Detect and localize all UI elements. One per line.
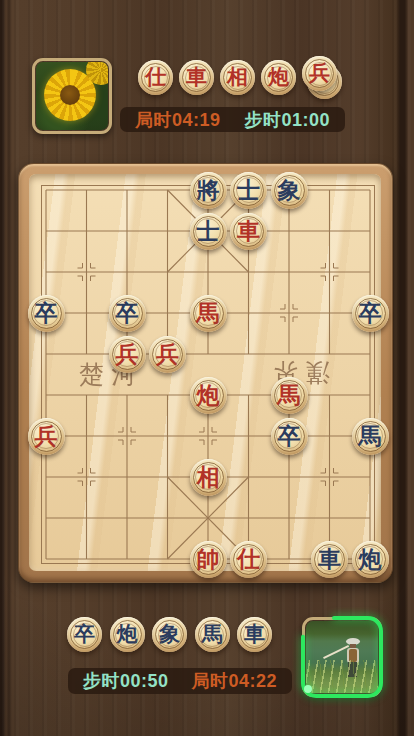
piece-red-兵-f3r4[interactable]: 兵: [149, 336, 186, 373]
piece-character: 馬: [359, 424, 382, 447]
piece-black-卒-f0r3[interactable]: 卒: [28, 295, 65, 332]
piece-character: 兵: [156, 342, 179, 365]
piece-red-兵-f0r6[interactable]: 兵: [28, 418, 65, 455]
piece-black-馬-f8r6[interactable]: 馬: [352, 418, 389, 455]
bottom-timer-bar: 步时00:50 局时04:22: [68, 668, 292, 694]
piece-red-炮-f4r5[interactable]: 炮: [190, 377, 227, 414]
captured-piece-炮: 炮: [110, 617, 145, 652]
piece-character: 兵: [35, 424, 58, 447]
captured-piece-馬: 馬: [195, 617, 230, 652]
piece-character: 馬: [202, 623, 223, 644]
piece-character: 象: [278, 178, 301, 201]
piece-character: 車: [318, 547, 341, 570]
piece-black-士-f4r1[interactable]: 士: [190, 213, 227, 250]
piece-black-士-f5r0[interactable]: 士: [230, 172, 267, 209]
piece-character: 卒: [116, 301, 139, 324]
piece-black-卒-f8r3[interactable]: 卒: [352, 295, 389, 332]
piece-character: 炮: [197, 383, 220, 406]
ring-progress-dot: [304, 685, 312, 693]
piece-red-相-f4r7[interactable]: 相: [190, 459, 227, 496]
piece-character: 馬: [197, 301, 220, 324]
piece-red-仕-f5r9[interactable]: 仕: [230, 541, 267, 578]
piece-character: 仕: [237, 547, 260, 570]
piece-character: 相: [197, 465, 220, 488]
xiangqi-game-screen: 仕車相炮兵 局时04:19 步时01:00 楚河 漢界 將士象士車卒卒馬卒兵兵炮…: [0, 0, 414, 736]
piece-character: 士: [197, 219, 220, 242]
piece-red-馬-f4r3[interactable]: 馬: [190, 295, 227, 332]
piece-character: 車: [237, 219, 260, 242]
bottom-move-time: 步时00:50: [83, 669, 169, 693]
piece-character: 士: [237, 178, 260, 201]
piece-black-車-f7r9[interactable]: 車: [311, 541, 348, 578]
piece-character: 卒: [278, 424, 301, 447]
piece-black-卒-f2r3[interactable]: 卒: [109, 295, 146, 332]
captured-piece-卒: 卒: [67, 617, 102, 652]
piece-character: 兵: [116, 342, 139, 365]
piece-character: 卒: [74, 623, 95, 644]
captured-piece-車: 車: [237, 617, 272, 652]
piece-character: 車: [244, 623, 265, 644]
piece-character: 卒: [35, 301, 58, 324]
piece-black-將-f4r0[interactable]: 將: [190, 172, 227, 209]
piece-black-象-f6r0[interactable]: 象: [271, 172, 308, 209]
piece-black-炮-f8r9[interactable]: 炮: [352, 541, 389, 578]
active-turn-ring: [298, 613, 386, 701]
piece-black-卒-f6r6[interactable]: 卒: [271, 418, 308, 455]
piece-character: 帥: [197, 547, 220, 570]
piece-red-兵-f2r4[interactable]: 兵: [109, 336, 146, 373]
bottom-player-avatar[interactable]: [302, 617, 382, 697]
piece-character: 馬: [278, 383, 301, 406]
captured-piece-象: 象: [152, 617, 187, 652]
piece-character: 卒: [359, 301, 382, 324]
piece-red-馬-f6r5[interactable]: 馬: [271, 377, 308, 414]
bottom-game-time: 局时04:22: [191, 669, 277, 693]
piece-red-帥-f4r9[interactable]: 帥: [190, 541, 227, 578]
piece-character: 炮: [359, 547, 382, 570]
piece-character: 炮: [117, 623, 138, 644]
piece-character: 象: [159, 623, 180, 644]
piece-red-車-f5r1[interactable]: 車: [230, 213, 267, 250]
piece-character: 將: [197, 178, 220, 201]
